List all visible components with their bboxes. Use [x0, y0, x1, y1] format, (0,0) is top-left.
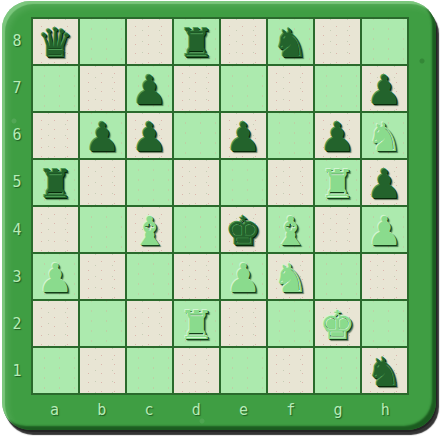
square-c5[interactable] [127, 160, 172, 205]
square-b3[interactable] [80, 254, 125, 299]
square-f3[interactable]: ♞ [268, 254, 313, 299]
black-rook[interactable]: ♜ [174, 20, 219, 65]
square-b2[interactable] [80, 301, 125, 346]
black-pawn[interactable]: ♟ [362, 67, 407, 112]
square-c1[interactable] [127, 348, 172, 393]
square-a8[interactable]: ♛ [33, 19, 78, 64]
square-d2[interactable]: ♜ [174, 301, 219, 346]
black-pawn[interactable]: ♟ [127, 67, 172, 112]
square-a3[interactable]: ♟ [33, 254, 78, 299]
square-d3[interactable] [174, 254, 219, 299]
square-h4[interactable]: ♟ [362, 207, 407, 252]
rank-label-3: 3 [4, 253, 30, 300]
file-label-f: f [267, 397, 314, 423]
square-f8[interactable]: ♞ [268, 19, 313, 64]
square-h1[interactable]: ♞ [362, 348, 407, 393]
square-h6[interactable]: ♞ [362, 113, 407, 158]
black-knight[interactable]: ♞ [362, 349, 407, 394]
black-king[interactable]: ♚ [221, 208, 266, 253]
rank-labels: 87654321 [4, 17, 30, 395]
square-d1[interactable] [174, 348, 219, 393]
white-pawn[interactable]: ♟ [362, 208, 407, 253]
square-b6[interactable]: ♟ [80, 113, 125, 158]
square-d6[interactable] [174, 113, 219, 158]
square-e2[interactable] [221, 301, 266, 346]
square-d5[interactable] [174, 160, 219, 205]
square-h7[interactable]: ♟ [362, 66, 407, 111]
black-pawn[interactable]: ♟ [362, 161, 407, 206]
square-h5[interactable]: ♟ [362, 160, 407, 205]
square-g8[interactable] [315, 19, 360, 64]
square-c7[interactable]: ♟ [127, 66, 172, 111]
white-bishop[interactable]: ♝ [268, 208, 313, 253]
square-e3[interactable]: ♟ [221, 254, 266, 299]
rank-label-5: 5 [4, 159, 30, 206]
square-a4[interactable] [33, 207, 78, 252]
square-a6[interactable] [33, 113, 78, 158]
black-pawn[interactable]: ♟ [80, 114, 125, 159]
black-queen[interactable]: ♛ [33, 20, 78, 65]
square-g1[interactable] [315, 348, 360, 393]
square-d8[interactable]: ♜ [174, 19, 219, 64]
square-a2[interactable] [33, 301, 78, 346]
square-h2[interactable] [362, 301, 407, 346]
file-label-h: h [362, 397, 409, 423]
square-g4[interactable] [315, 207, 360, 252]
white-bishop[interactable]: ♝ [127, 208, 172, 253]
white-knight[interactable]: ♞ [268, 255, 313, 300]
square-h8[interactable] [362, 19, 407, 64]
square-f6[interactable] [268, 113, 313, 158]
rank-label-2: 2 [4, 301, 30, 348]
white-knight[interactable]: ♞ [362, 114, 407, 159]
file-label-b: b [78, 397, 125, 423]
square-e5[interactable] [221, 160, 266, 205]
rank-label-7: 7 [4, 64, 30, 111]
rank-label-6: 6 [4, 112, 30, 159]
square-c4[interactable]: ♝ [127, 207, 172, 252]
square-c8[interactable] [127, 19, 172, 64]
square-g6[interactable]: ♟ [315, 113, 360, 158]
white-king[interactable]: ♚ [315, 302, 360, 347]
square-h3[interactable] [362, 254, 407, 299]
square-g7[interactable] [315, 66, 360, 111]
file-label-g: g [315, 397, 362, 423]
black-knight[interactable]: ♞ [268, 20, 313, 65]
chess-board[interactable]: ♛♜♞♟♟♟♟♟♟♞♜♜♟♝♚♝♟♟♟♞♜♚♞ [31, 17, 409, 395]
black-pawn[interactable]: ♟ [127, 114, 172, 159]
square-b8[interactable] [80, 19, 125, 64]
white-pawn[interactable]: ♟ [221, 255, 266, 300]
square-f4[interactable]: ♝ [268, 207, 313, 252]
square-c3[interactable] [127, 254, 172, 299]
square-f7[interactable] [268, 66, 313, 111]
square-e6[interactable]: ♟ [221, 113, 266, 158]
chess-app-window: 87654321 ♛♜♞♟♟♟♟♟♟♞♜♜♟♝♚♝♟♟♟♞♜♚♞ abcdefg… [0, 0, 444, 442]
square-e4[interactable]: ♚ [221, 207, 266, 252]
square-f1[interactable] [268, 348, 313, 393]
square-a7[interactable] [33, 66, 78, 111]
file-label-e: e [220, 397, 267, 423]
square-b7[interactable] [80, 66, 125, 111]
white-pawn[interactable]: ♟ [33, 255, 78, 300]
square-b5[interactable] [80, 160, 125, 205]
square-b4[interactable] [80, 207, 125, 252]
file-label-a: a [31, 397, 78, 423]
square-e7[interactable] [221, 66, 266, 111]
square-a5[interactable]: ♜ [33, 160, 78, 205]
white-rook[interactable]: ♜ [174, 302, 219, 347]
square-e8[interactable] [221, 19, 266, 64]
rank-label-8: 8 [4, 17, 30, 64]
square-f2[interactable] [268, 301, 313, 346]
square-g5[interactable]: ♜ [315, 160, 360, 205]
square-c6[interactable]: ♟ [127, 113, 172, 158]
square-d7[interactable] [174, 66, 219, 111]
file-label-c: c [126, 397, 173, 423]
square-a1[interactable] [33, 348, 78, 393]
file-labels: abcdefgh [31, 397, 409, 423]
black-rook[interactable]: ♜ [33, 161, 78, 206]
black-pawn[interactable]: ♟ [221, 114, 266, 159]
square-d4[interactable] [174, 207, 219, 252]
white-rook[interactable]: ♜ [315, 161, 360, 206]
rank-label-1: 1 [4, 348, 30, 395]
square-f5[interactable] [268, 160, 313, 205]
square-g2[interactable]: ♚ [315, 301, 360, 346]
rank-label-4: 4 [4, 206, 30, 253]
square-e1[interactable] [221, 348, 266, 393]
square-b1[interactable] [80, 348, 125, 393]
square-g3[interactable] [315, 254, 360, 299]
black-pawn[interactable]: ♟ [315, 114, 360, 159]
square-c2[interactable] [127, 301, 172, 346]
file-label-d: d [173, 397, 220, 423]
